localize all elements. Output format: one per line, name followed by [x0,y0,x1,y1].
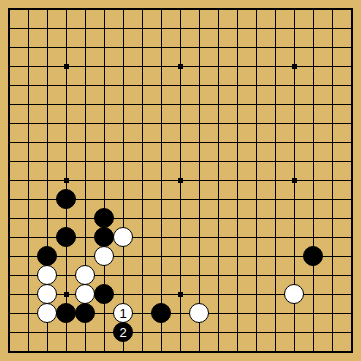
grid-line-vertical [275,8,276,352]
grid-line-horizontal [8,218,352,219]
black-stone-D7 [56,227,76,247]
grid-line-horizontal [8,332,352,333]
white-stone-C5 [37,265,57,285]
white-stone-Q4 [284,284,304,304]
white-stone-F6 [94,246,114,266]
white-stone-E5 [75,265,95,285]
grid-line-vertical [313,8,314,352]
star-point [292,178,297,183]
white-stone-E4 [75,284,95,304]
white-stone-L3 [189,303,209,323]
white-stone-G7 [113,227,133,247]
black-stone-D9 [56,189,76,209]
star-point [64,178,69,183]
star-point [178,64,183,69]
white-stone-move-1: 1 [113,303,133,323]
white-stone-C4 [37,284,57,304]
black-stone-move-2: 2 [113,322,133,342]
go-board: 12 [0,0,361,361]
star-point [292,64,297,69]
black-stone-R6 [303,246,323,266]
black-stone-D3 [56,303,76,323]
grid-line-horizontal [8,275,352,276]
black-stone-J3 [151,303,171,323]
grid-line-vertical [332,8,333,352]
black-stone-F4 [94,284,114,304]
black-stone-C6 [37,246,57,266]
star-point [178,292,183,297]
star-point [64,292,69,297]
grid-line-vertical [256,8,257,352]
grid-line-vertical [218,8,219,352]
white-stone-C3 [37,303,57,323]
star-point [64,64,69,69]
go-diagram: 12 [0,0,361,361]
move-number: 1 [119,307,126,320]
star-point [178,178,183,183]
black-stone-E3 [75,303,95,323]
grid-line-horizontal [8,256,352,257]
black-stone-F8 [94,208,114,228]
move-number: 2 [119,326,126,339]
grid-line-vertical [199,8,200,352]
black-stone-F7 [94,227,114,247]
grid-line-vertical [237,8,238,352]
grid-line-horizontal [8,351,352,352]
grid-line-vertical [351,8,352,352]
